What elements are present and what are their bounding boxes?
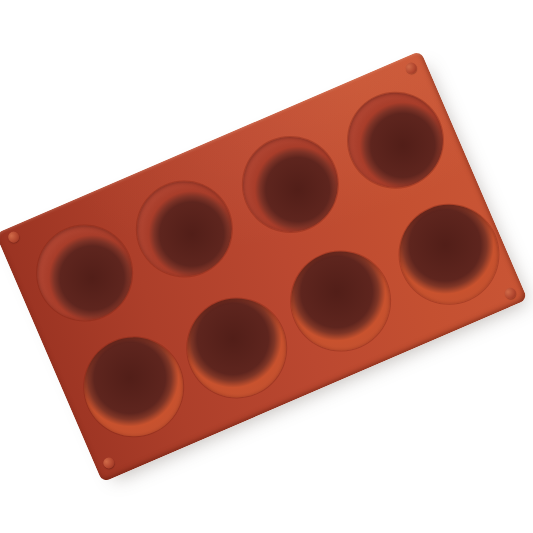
cavity-r1c2 <box>121 166 246 291</box>
cavity-r2c2 <box>171 283 301 413</box>
silicone-mold <box>0 50 528 482</box>
cavity-r1c3 <box>227 122 352 247</box>
corner-nub-bl <box>101 455 115 469</box>
corner-nub-br <box>502 286 516 300</box>
cavity-r1c1 <box>22 210 147 335</box>
photo-background <box>0 0 533 533</box>
corner-nub-tl <box>6 230 20 244</box>
cavity-r2c1 <box>68 322 198 452</box>
cavity-r1c4 <box>332 78 457 203</box>
cavity-r2c3 <box>275 236 405 366</box>
cavity-r2c4 <box>383 189 513 319</box>
corner-nub-tr <box>403 61 417 75</box>
